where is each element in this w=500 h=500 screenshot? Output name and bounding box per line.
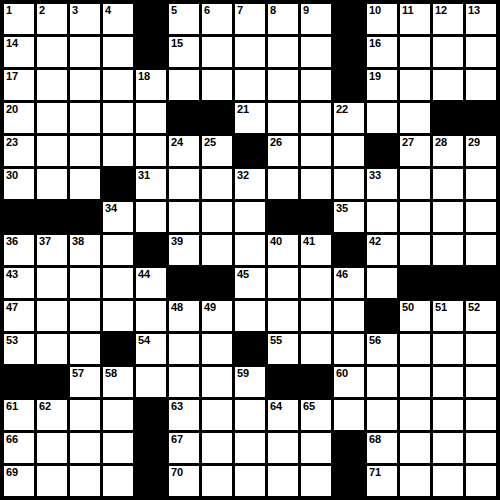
clue-number: 8 (270, 4, 276, 16)
cell-r6c9[interactable] (268, 169, 298, 199)
cell-r8c9[interactable]: 40 (268, 235, 298, 265)
clue-number: 61 (6, 400, 18, 412)
cell-r10c4[interactable] (103, 301, 133, 331)
cell-r7c11[interactable]: 35 (334, 202, 364, 232)
cell-r1c14[interactable]: 12 (433, 4, 463, 34)
cell-r4c3[interactable] (70, 103, 100, 133)
black-square-r4c7 (202, 103, 232, 133)
black-square-r6c4 (103, 169, 133, 199)
clue-number: 51 (435, 301, 447, 313)
black-square-r4c15 (466, 103, 496, 133)
cell-r12c5[interactable] (136, 367, 166, 397)
clue-number: 52 (468, 301, 480, 313)
cell-r14c8[interactable] (235, 433, 265, 463)
clue-number: 28 (435, 136, 447, 148)
black-square-r12c2 (37, 367, 67, 397)
black-square-r13c5 (136, 400, 166, 430)
cell-r11c5[interactable]: 54 (136, 334, 166, 364)
clue-number: 69 (6, 466, 18, 478)
clue-number: 31 (138, 169, 150, 181)
clue-number: 71 (369, 466, 381, 478)
black-square-r7c9 (268, 202, 298, 232)
cell-r10c3[interactable] (70, 301, 100, 331)
clue-number: 57 (72, 367, 84, 379)
cell-r5c13[interactable]: 27 (400, 136, 430, 166)
cell-r7c8[interactable] (235, 202, 265, 232)
cell-r1c1[interactable]: 1 (4, 4, 34, 34)
black-square-r2c5 (136, 37, 166, 67)
cell-r13c4[interactable] (103, 400, 133, 430)
cell-r3c8[interactable] (235, 70, 265, 100)
cell-r5c6[interactable]: 24 (169, 136, 199, 166)
cell-r1c3[interactable]: 3 (70, 4, 100, 34)
clue-number: 67 (171, 433, 183, 445)
cell-r8c7[interactable] (202, 235, 232, 265)
cell-r2c9[interactable] (268, 37, 298, 67)
cell-r5c7[interactable]: 25 (202, 136, 232, 166)
cell-r14c10[interactable] (301, 433, 331, 463)
cell-r6c3[interactable] (70, 169, 100, 199)
cell-r9c10[interactable] (301, 268, 331, 298)
cell-r11c13[interactable] (400, 334, 430, 364)
clue-number: 36 (6, 235, 18, 247)
cell-r6c1[interactable]: 30 (4, 169, 34, 199)
cell-r1c10[interactable]: 9 (301, 4, 331, 34)
cell-r13c1[interactable]: 61 (4, 400, 34, 430)
cell-r5c5[interactable] (136, 136, 166, 166)
cell-r4c11[interactable]: 22 (334, 103, 364, 133)
cell-r2c10[interactable] (301, 37, 331, 67)
cell-r10c8[interactable] (235, 301, 265, 331)
clue-number: 48 (171, 301, 183, 313)
clue-number: 14 (6, 37, 18, 49)
clue-number: 21 (237, 103, 249, 115)
cell-r7c6[interactable] (169, 202, 199, 232)
cell-r11c14[interactable] (433, 334, 463, 364)
clue-number: 43 (6, 268, 18, 280)
cell-r9c3[interactable] (70, 268, 100, 298)
cell-r11c3[interactable] (70, 334, 100, 364)
clue-number: 5 (171, 4, 177, 16)
cell-r3c2[interactable] (37, 70, 67, 100)
cell-r10c5[interactable] (136, 301, 166, 331)
clue-number: 19 (369, 70, 381, 82)
cell-r13c3[interactable] (70, 400, 100, 430)
cell-r13c8[interactable] (235, 400, 265, 430)
cell-r14c12[interactable]: 68 (367, 433, 397, 463)
black-square-r7c3 (70, 202, 100, 232)
cell-r1c4[interactable]: 4 (103, 4, 133, 34)
clue-number: 38 (72, 235, 84, 247)
clue-number: 13 (468, 4, 480, 16)
cell-r11c6[interactable] (169, 334, 199, 364)
cell-r8c8[interactable] (235, 235, 265, 265)
clue-number: 23 (6, 136, 18, 148)
clue-number: 1 (6, 4, 12, 16)
clue-number: 49 (204, 301, 216, 313)
cell-r10c1[interactable]: 47 (4, 301, 34, 331)
cell-r3c9[interactable] (268, 70, 298, 100)
cell-r2c7[interactable] (202, 37, 232, 67)
clue-number: 66 (6, 433, 18, 445)
black-square-r15c11 (334, 466, 364, 496)
cell-r5c3[interactable] (70, 136, 100, 166)
cell-r5c14[interactable]: 28 (433, 136, 463, 166)
clue-number: 55 (270, 334, 282, 346)
black-square-r14c5 (136, 433, 166, 463)
cell-r5c11[interactable] (334, 136, 364, 166)
cell-r8c2[interactable]: 37 (37, 235, 67, 265)
black-square-r14c11 (334, 433, 364, 463)
cell-r13c7[interactable] (202, 400, 232, 430)
cell-r9c5[interactable]: 44 (136, 268, 166, 298)
cell-r2c15[interactable] (466, 37, 496, 67)
cell-r6c13[interactable] (400, 169, 430, 199)
cell-r4c13[interactable] (400, 103, 430, 133)
black-square-r2c11 (334, 37, 364, 67)
cell-r6c7[interactable] (202, 169, 232, 199)
cell-r3c14[interactable] (433, 70, 463, 100)
cell-r12c11[interactable]: 60 (334, 367, 364, 397)
cell-r4c1[interactable]: 20 (4, 103, 34, 133)
cell-r11c12[interactable]: 56 (367, 334, 397, 364)
cell-r2c8[interactable] (235, 37, 265, 67)
clue-number: 17 (6, 70, 18, 82)
cell-r2c13[interactable] (400, 37, 430, 67)
clue-number: 26 (270, 136, 282, 148)
clue-number: 30 (6, 169, 18, 181)
clue-number: 34 (105, 202, 117, 214)
clue-number: 18 (138, 70, 150, 82)
cell-r1c12[interactable]: 10 (367, 4, 397, 34)
clue-number: 63 (171, 400, 183, 412)
cell-r13c10[interactable]: 65 (301, 400, 331, 430)
cell-r9c11[interactable]: 46 (334, 268, 364, 298)
cell-r4c10[interactable] (301, 103, 331, 133)
cell-r13c13[interactable] (400, 400, 430, 430)
black-square-r11c4 (103, 334, 133, 364)
clue-number: 41 (303, 235, 315, 247)
black-square-r12c1 (4, 367, 34, 397)
cell-r15c1[interactable]: 69 (4, 466, 34, 496)
black-square-r10c12 (367, 301, 397, 331)
black-square-r9c13 (400, 268, 430, 298)
cell-r10c15[interactable]: 52 (466, 301, 496, 331)
cell-r3c7[interactable] (202, 70, 232, 100)
cell-r7c4[interactable]: 34 (103, 202, 133, 232)
cell-r11c11[interactable] (334, 334, 364, 364)
cell-r6c10[interactable] (301, 169, 331, 199)
cell-r8c14[interactable] (433, 235, 463, 265)
cell-r5c9[interactable]: 26 (268, 136, 298, 166)
black-square-r5c12 (367, 136, 397, 166)
clue-number: 45 (237, 268, 249, 280)
cell-r15c8[interactable] (235, 466, 265, 496)
cell-r15c3[interactable] (70, 466, 100, 496)
cell-r14c4[interactable] (103, 433, 133, 463)
cell-r13c14[interactable] (433, 400, 463, 430)
cell-r15c10[interactable] (301, 466, 331, 496)
cell-r9c9[interactable] (268, 268, 298, 298)
cell-r14c9[interactable] (268, 433, 298, 463)
clue-number: 15 (171, 37, 183, 49)
cell-r7c12[interactable] (367, 202, 397, 232)
cell-r14c6[interactable]: 67 (169, 433, 199, 463)
clue-number: 24 (171, 136, 183, 148)
black-square-r9c14 (433, 268, 463, 298)
clue-number: 27 (402, 136, 414, 148)
cell-r11c2[interactable] (37, 334, 67, 364)
cell-r5c1[interactable]: 23 (4, 136, 34, 166)
cell-r3c5[interactable]: 18 (136, 70, 166, 100)
black-square-r11c8 (235, 334, 265, 364)
cell-r11c15[interactable] (466, 334, 496, 364)
cell-r6c5[interactable]: 31 (136, 169, 166, 199)
cell-r2c1[interactable]: 14 (4, 37, 34, 67)
cell-r8c4[interactable] (103, 235, 133, 265)
cell-r11c9[interactable]: 55 (268, 334, 298, 364)
cell-r1c15[interactable]: 13 (466, 4, 496, 34)
clue-number: 60 (336, 367, 348, 379)
clue-number: 54 (138, 334, 150, 346)
cell-r9c8[interactable]: 45 (235, 268, 265, 298)
cell-r5c2[interactable] (37, 136, 67, 166)
cell-r1c9[interactable]: 8 (268, 4, 298, 34)
clue-number: 9 (303, 4, 309, 16)
cell-r1c2[interactable]: 2 (37, 4, 67, 34)
cell-r13c2[interactable]: 62 (37, 400, 67, 430)
cell-r15c12[interactable]: 71 (367, 466, 397, 496)
cell-r3c1[interactable]: 17 (4, 70, 34, 100)
black-square-r7c1 (4, 202, 34, 232)
black-square-r12c10 (301, 367, 331, 397)
cell-r13c9[interactable]: 64 (268, 400, 298, 430)
clue-number: 6 (204, 4, 210, 16)
clue-number: 59 (237, 367, 249, 379)
cell-r10c2[interactable] (37, 301, 67, 331)
clue-number: 46 (336, 268, 348, 280)
clue-number: 33 (369, 169, 381, 181)
cell-r9c4[interactable] (103, 268, 133, 298)
cell-r4c8[interactable]: 21 (235, 103, 265, 133)
cell-r12c6[interactable] (169, 367, 199, 397)
black-square-r1c5 (136, 4, 166, 34)
cell-r3c12[interactable]: 19 (367, 70, 397, 100)
black-square-r7c2 (37, 202, 67, 232)
clue-number: 56 (369, 334, 381, 346)
cell-r4c9[interactable] (268, 103, 298, 133)
clue-number: 64 (270, 400, 282, 412)
cell-r14c14[interactable] (433, 433, 463, 463)
cell-r8c10[interactable]: 41 (301, 235, 331, 265)
cell-r10c9[interactable] (268, 301, 298, 331)
cell-r13c6[interactable]: 63 (169, 400, 199, 430)
cell-r11c7[interactable] (202, 334, 232, 364)
cell-r8c13[interactable] (400, 235, 430, 265)
cell-r2c14[interactable] (433, 37, 463, 67)
clue-number: 44 (138, 268, 150, 280)
cell-r4c5[interactable] (136, 103, 166, 133)
black-square-r3c11 (334, 70, 364, 100)
cell-r6c11[interactable] (334, 169, 364, 199)
cell-r13c11[interactable] (334, 400, 364, 430)
cell-r6c15[interactable] (466, 169, 496, 199)
cell-r2c3[interactable] (70, 37, 100, 67)
cell-r8c6[interactable]: 39 (169, 235, 199, 265)
crossword-grid: 1234567891011121314151617181920212223242… (0, 0, 500, 500)
cell-r11c1[interactable]: 53 (4, 334, 34, 364)
cell-r10c14[interactable]: 51 (433, 301, 463, 331)
cell-r15c6[interactable]: 70 (169, 466, 199, 496)
cell-r15c15[interactable] (466, 466, 496, 496)
black-square-r8c5 (136, 235, 166, 265)
cell-r3c4[interactable] (103, 70, 133, 100)
cell-r7c5[interactable] (136, 202, 166, 232)
cell-r6c2[interactable] (37, 169, 67, 199)
cell-r2c2[interactable] (37, 37, 67, 67)
cell-r15c14[interactable] (433, 466, 463, 496)
clue-number: 42 (369, 235, 381, 247)
clue-number: 68 (369, 433, 381, 445)
cell-r6c12[interactable]: 33 (367, 169, 397, 199)
clue-number: 2 (39, 4, 45, 16)
cell-r14c7[interactable] (202, 433, 232, 463)
cell-r12c13[interactable] (400, 367, 430, 397)
cell-r10c11[interactable] (334, 301, 364, 331)
cell-r15c7[interactable] (202, 466, 232, 496)
cell-r7c7[interactable] (202, 202, 232, 232)
black-square-r7c10 (301, 202, 331, 232)
cell-r8c3[interactable]: 38 (70, 235, 100, 265)
clue-number: 37 (39, 235, 51, 247)
clue-number: 7 (237, 4, 243, 16)
black-square-r9c7 (202, 268, 232, 298)
cell-r2c6[interactable]: 15 (169, 37, 199, 67)
black-square-r5c8 (235, 136, 265, 166)
cell-r3c6[interactable] (169, 70, 199, 100)
cell-r12c12[interactable] (367, 367, 397, 397)
cell-r13c12[interactable] (367, 400, 397, 430)
cell-r4c4[interactable] (103, 103, 133, 133)
clue-number: 4 (105, 4, 111, 16)
clue-number: 32 (237, 169, 249, 181)
clue-number: 29 (468, 136, 480, 148)
cell-r6c6[interactable] (169, 169, 199, 199)
clue-number: 70 (171, 466, 183, 478)
clue-number: 11 (402, 4, 414, 16)
clue-number: 47 (6, 301, 18, 313)
cell-r5c15[interactable]: 29 (466, 136, 496, 166)
cell-r8c12[interactable]: 42 (367, 235, 397, 265)
clue-number: 3 (72, 4, 78, 16)
cell-r10c10[interactable] (301, 301, 331, 331)
cell-r7c15[interactable] (466, 202, 496, 232)
cell-r10c6[interactable]: 48 (169, 301, 199, 331)
clue-number: 20 (6, 103, 18, 115)
cell-r1c8[interactable]: 7 (235, 4, 265, 34)
cell-r12c4[interactable]: 58 (103, 367, 133, 397)
cell-r11c10[interactable] (301, 334, 331, 364)
black-square-r8c11 (334, 235, 364, 265)
cell-r9c12[interactable] (367, 268, 397, 298)
cell-r5c4[interactable] (103, 136, 133, 166)
cell-r10c13[interactable]: 50 (400, 301, 430, 331)
cell-r8c1[interactable]: 36 (4, 235, 34, 265)
cell-r9c1[interactable]: 43 (4, 268, 34, 298)
clue-number: 10 (369, 4, 381, 16)
cell-r9c2[interactable] (37, 268, 67, 298)
cell-r14c13[interactable] (400, 433, 430, 463)
cell-r3c3[interactable] (70, 70, 100, 100)
clue-number: 25 (204, 136, 216, 148)
black-square-r4c6 (169, 103, 199, 133)
cell-r12c3[interactable]: 57 (70, 367, 100, 397)
clue-number: 50 (402, 301, 414, 313)
cell-r14c2[interactable] (37, 433, 67, 463)
clue-number: 39 (171, 235, 183, 247)
cell-r15c2[interactable] (37, 466, 67, 496)
cell-r6c8[interactable]: 32 (235, 169, 265, 199)
cell-r3c10[interactable] (301, 70, 331, 100)
cell-r12c15[interactable] (466, 367, 496, 397)
cell-r12c7[interactable] (202, 367, 232, 397)
clue-number: 53 (6, 334, 18, 346)
cell-r5c10[interactable] (301, 136, 331, 166)
cell-r8c15[interactable] (466, 235, 496, 265)
cell-r15c4[interactable] (103, 466, 133, 496)
cell-r13c15[interactable] (466, 400, 496, 430)
cell-r10c7[interactable]: 49 (202, 301, 232, 331)
black-square-r9c15 (466, 268, 496, 298)
clue-number: 22 (336, 103, 348, 115)
cell-r1c7[interactable]: 6 (202, 4, 232, 34)
black-square-r4c14 (433, 103, 463, 133)
cell-r4c12[interactable] (367, 103, 397, 133)
black-square-r9c6 (169, 268, 199, 298)
black-square-r1c11 (334, 4, 364, 34)
clue-number: 65 (303, 400, 315, 412)
cell-r6c14[interactable] (433, 169, 463, 199)
cell-r7c13[interactable] (400, 202, 430, 232)
cell-r1c6[interactable]: 5 (169, 4, 199, 34)
clue-number: 58 (105, 367, 117, 379)
cell-r12c8[interactable]: 59 (235, 367, 265, 397)
cell-r14c1[interactable]: 66 (4, 433, 34, 463)
cell-r2c12[interactable]: 16 (367, 37, 397, 67)
cell-r7c14[interactable] (433, 202, 463, 232)
black-square-r15c5 (136, 466, 166, 496)
cell-r14c15[interactable] (466, 433, 496, 463)
cell-r15c9[interactable] (268, 466, 298, 496)
black-square-r12c9 (268, 367, 298, 397)
clue-number: 62 (39, 400, 51, 412)
cell-r3c15[interactable] (466, 70, 496, 100)
cell-r14c3[interactable] (70, 433, 100, 463)
clue-number: 16 (369, 37, 381, 49)
clue-number: 12 (435, 4, 447, 16)
cell-r15c13[interactable] (400, 466, 430, 496)
cell-r1c13[interactable]: 11 (400, 4, 430, 34)
clue-number: 40 (270, 235, 282, 247)
clue-number: 35 (336, 202, 348, 214)
cell-r3c13[interactable] (400, 70, 430, 100)
cell-r4c2[interactable] (37, 103, 67, 133)
cell-r12c14[interactable] (433, 367, 463, 397)
cell-r2c4[interactable] (103, 37, 133, 67)
